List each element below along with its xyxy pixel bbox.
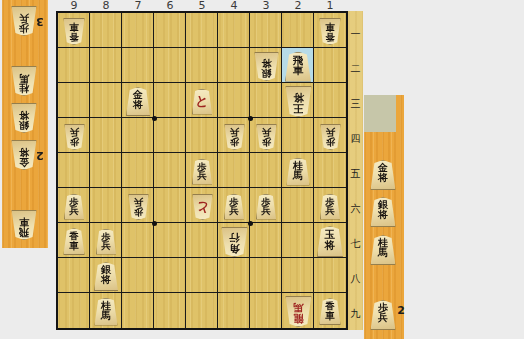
hand-sente-knight[interactable]: 桂馬	[370, 235, 396, 265]
piece-lance-1-1[interactable]: 香車	[319, 18, 341, 45]
piece-glyph: 兵	[69, 206, 79, 216]
piece-glyph: 桂	[101, 301, 111, 311]
piece-glyph: と	[195, 94, 208, 107]
rank-label-5: 五	[348, 167, 363, 181]
piece-glyph: 将	[19, 147, 29, 157]
rank-label-3: 三	[348, 97, 363, 111]
hand-sente-silver[interactable]: 銀将	[370, 197, 396, 227]
piece-glyph: 兵	[197, 171, 207, 181]
piece-glyph: 将	[293, 93, 304, 104]
rank-label-7: 七	[348, 237, 363, 251]
hand-count-gote-gold: 2	[34, 149, 46, 162]
piece-silver-3-2[interactable]: 銀将	[254, 52, 279, 81]
piece-horse-2-9[interactable]: 龍馬	[285, 296, 312, 327]
hand-sente-gold[interactable]: 金将	[370, 160, 396, 190]
hand-count-gote-pawn: 3	[34, 15, 46, 28]
piece-glyph: 将	[101, 275, 111, 285]
rank-label-1: 一	[348, 27, 363, 41]
piece-glyph: 兵	[229, 206, 239, 216]
piece-pawn-4-4[interactable]: 歩兵	[224, 124, 245, 150]
pieces-layer: 香車香車銀将飛車金将と王将歩兵歩兵歩兵歩兵歩兵桂馬歩兵歩兵と歩兵歩兵歩兵香車歩兵…	[58, 13, 346, 328]
piece-glyph: 兵	[69, 128, 79, 138]
piece-glyph: 兵	[325, 128, 335, 138]
rank-labels: 一二三四五六七八九	[348, 11, 363, 330]
piece-glyph: 馬	[293, 303, 304, 314]
piece-glyph: 歩	[229, 137, 239, 147]
piece-pawn-9-4[interactable]: 歩兵	[64, 124, 85, 150]
piece-pawn-9-6[interactable]: 歩兵	[64, 194, 85, 220]
piece-glyph: 銀	[19, 120, 29, 130]
piece-glyph: と	[195, 202, 208, 215]
piece-glyph: 歩	[69, 137, 79, 147]
piece-glyph: 車	[69, 241, 79, 251]
piece-glyph: 馬	[19, 73, 29, 83]
piece-glyph: 兵	[261, 206, 271, 216]
piece-pawn-3-6[interactable]: 歩兵	[256, 194, 277, 220]
piece-glyph: 歩	[19, 23, 29, 33]
piece-glyph: 香	[69, 33, 79, 43]
piece-glyph: 兵	[229, 128, 239, 138]
rank-label-9: 九	[348, 307, 363, 321]
piece-glyph: 香	[325, 33, 335, 43]
hand-sente-pawn[interactable]: 歩兵	[370, 300, 396, 330]
piece-glyph: 歩	[261, 137, 271, 147]
piece-knight-8-9[interactable]: 桂馬	[94, 298, 118, 326]
piece-pawn-1-6[interactable]: 歩兵	[320, 194, 341, 220]
piece-glyph: 行	[229, 233, 240, 244]
piece-glyph: 馬	[378, 248, 388, 258]
piece-glyph: 兵	[261, 128, 271, 138]
piece-lance-1-9[interactable]: 香車	[319, 298, 341, 325]
piece-pawn-1-4[interactable]: 歩兵	[320, 124, 341, 150]
piece-glyph: 飛	[19, 227, 29, 237]
piece-lance-9-7[interactable]: 香車	[63, 228, 85, 255]
piece-glyph: 歩	[133, 207, 143, 217]
rank-label-6: 六	[348, 202, 363, 216]
piece-glyph: 将	[325, 240, 336, 251]
piece-knight-2-5[interactable]: 桂馬	[286, 158, 310, 186]
piece-glyph: 将	[133, 100, 143, 110]
piece-glyph: 金	[19, 157, 29, 167]
hand-count-sente-pawn: 2	[395, 304, 407, 317]
piece-glyph: 馬	[101, 311, 111, 321]
piece-pawn-7-6[interactable]: 歩兵	[128, 194, 149, 220]
piece-bishop-4-7[interactable]: 角行	[221, 227, 248, 257]
piece-silver-8-8[interactable]: 銀将	[94, 262, 119, 291]
piece-glyph: 車	[19, 217, 29, 227]
piece-tokin-5-3[interactable]: と	[192, 89, 213, 115]
piece-glyph: 兵	[133, 198, 143, 208]
piece-glyph: 車	[69, 23, 79, 33]
piece-pawn-4-6[interactable]: 歩兵	[224, 194, 245, 220]
piece-glyph: 玉	[325, 229, 336, 240]
piece-glyph: 馬	[293, 171, 303, 181]
rank-label-8: 八	[348, 272, 363, 286]
piece-glyph: 角	[229, 243, 240, 254]
gote-hand-tray: 歩兵3桂馬銀将金将2飛車	[2, 0, 48, 248]
piece-glyph: 桂	[293, 161, 303, 171]
shogi-board: 香車香車銀将飛車金将と王将歩兵歩兵歩兵歩兵歩兵桂馬歩兵歩兵と歩兵歩兵歩兵香車歩兵…	[56, 11, 348, 330]
hand-gote-silver[interactable]: 銀将	[11, 103, 37, 133]
rank-label-4: 四	[348, 132, 363, 146]
hand-gote-knight[interactable]: 桂馬	[11, 66, 37, 96]
piece-glyph: 桂	[19, 83, 29, 93]
piece-glyph: 車	[325, 23, 335, 33]
hand-gote-rook[interactable]: 飛車	[11, 210, 37, 240]
piece-glyph: 将	[378, 173, 388, 183]
piece-pawn-3-4[interactable]: 歩兵	[256, 124, 277, 150]
piece-king-1-7[interactable]: 玉将	[317, 226, 344, 257]
piece-pawn-5-5[interactable]: 歩兵	[192, 159, 213, 185]
piece-king-2-3[interactable]: 王将	[285, 86, 312, 117]
piece-rook-2-2[interactable]: 飛車	[285, 52, 312, 82]
piece-lance-9-1[interactable]: 香車	[63, 18, 85, 45]
piece-glyph: 王	[293, 104, 304, 115]
piece-glyph: 銀	[261, 68, 271, 78]
piece-tokin-5-6[interactable]: と	[192, 194, 213, 220]
piece-glyph: 将	[19, 110, 29, 120]
piece-glyph: 龍	[293, 314, 304, 325]
piece-pawn-8-7[interactable]: 歩兵	[96, 229, 117, 255]
piece-glyph: 兵	[325, 206, 335, 216]
piece-glyph: 車	[293, 65, 304, 76]
piece-glyph: 兵	[101, 241, 111, 251]
piece-glyph: 兵	[19, 13, 29, 23]
tray-top-panel	[364, 95, 396, 132]
piece-glyph: 車	[325, 311, 335, 321]
piece-glyph: 将	[261, 58, 271, 68]
rank-label-2: 二	[348, 62, 363, 76]
piece-glyph: 歩	[325, 137, 335, 147]
piece-glyph: 兵	[378, 313, 388, 323]
sente-hand-tray: 金将銀将桂馬歩兵2	[364, 95, 404, 339]
piece-glyph: 将	[378, 210, 388, 220]
piece-gold-7-3[interactable]: 金将	[126, 87, 151, 116]
